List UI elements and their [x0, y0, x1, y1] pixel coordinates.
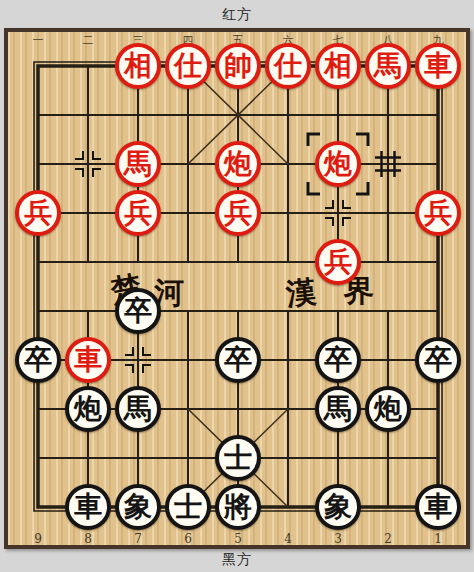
piece-black-r7c9[interactable]: 卒 [415, 337, 461, 383]
piece-red-r5c7[interactable]: 兵 [315, 239, 361, 285]
piece-red-r3c7[interactable]: 炮 [315, 141, 361, 187]
piece-red-r1c5[interactable]: 帥 [215, 43, 261, 89]
point-marker [343, 218, 351, 226]
piece-red-r7c2[interactable]: 車 [65, 337, 111, 383]
column-label-bottom: 3 [325, 532, 351, 546]
piece-black-r8c3[interactable]: 馬 [115, 386, 161, 432]
point-marker [325, 200, 333, 208]
piece-red-r4c9[interactable]: 兵 [415, 190, 461, 236]
piece-black-r10c5[interactable]: 將 [215, 484, 261, 530]
piece-red-r1c7[interactable]: 相 [315, 43, 361, 89]
xiangqi-board[interactable]: 一二三四五六七八九987654321 楚河漢界 相仕帥仕相馬車馬炮炮兵兵兵兵兵車… [4, 28, 470, 549]
last-move-to-marker [356, 134, 368, 146]
point-marker [125, 365, 133, 373]
column-label-bottom: 4 [275, 532, 301, 546]
point-marker [93, 169, 101, 177]
point-marker [75, 169, 83, 177]
point-marker [75, 151, 83, 159]
piece-black-r10c2[interactable]: 車 [65, 484, 111, 530]
piece-red-r4c1[interactable]: 兵 [15, 190, 61, 236]
piece-black-r8c2[interactable]: 炮 [65, 386, 111, 432]
red-side-label: 红方 [0, 6, 474, 24]
column-label-bottom: 6 [175, 532, 201, 546]
piece-black-r7c5[interactable]: 卒 [215, 337, 261, 383]
piece-red-r3c5[interactable]: 炮 [215, 141, 261, 187]
piece-red-r1c6[interactable]: 仕 [265, 43, 311, 89]
piece-black-r10c9[interactable]: 車 [415, 484, 461, 530]
column-label-bottom: 9 [25, 532, 51, 546]
river-label-char: 漢 [285, 277, 318, 310]
point-marker [143, 365, 151, 373]
piece-black-r10c3[interactable]: 象 [115, 484, 161, 530]
column-label-top: 二 [75, 33, 101, 48]
column-label-top: 一 [25, 33, 51, 48]
piece-red-r4c3[interactable]: 兵 [115, 190, 161, 236]
point-marker [343, 200, 351, 208]
column-label-bottom: 2 [375, 532, 401, 546]
piece-red-r1c9[interactable]: 車 [415, 43, 461, 89]
point-marker [325, 218, 333, 226]
piece-black-r8c8[interactable]: 炮 [365, 386, 411, 432]
piece-red-r3c3[interactable]: 馬 [115, 141, 161, 187]
column-label-bottom: 8 [75, 532, 101, 546]
piece-black-r10c7[interactable]: 象 [315, 484, 361, 530]
column-label-bottom: 7 [125, 532, 151, 546]
xiangqi-app: 红方 一二三四五六七八九987654321 楚河漢界 相仕帥仕相馬車馬炮炮兵兵兵… [0, 0, 474, 572]
last-move-to-marker [308, 134, 320, 146]
piece-black-r6c3[interactable]: 卒 [115, 288, 161, 334]
point-marker [143, 347, 151, 355]
point-marker [125, 347, 133, 355]
last-move-to-marker [356, 182, 368, 194]
piece-red-r1c4[interactable]: 仕 [165, 43, 211, 89]
piece-black-r7c1[interactable]: 卒 [15, 337, 61, 383]
piece-red-r1c3[interactable]: 相 [115, 43, 161, 89]
piece-red-r1c8[interactable]: 馬 [365, 43, 411, 89]
piece-black-r8c7[interactable]: 馬 [315, 386, 361, 432]
piece-black-r9c5[interactable]: 士 [215, 435, 261, 481]
piece-red-r4c5[interactable]: 兵 [215, 190, 261, 236]
column-label-bottom: 5 [225, 532, 251, 546]
point-marker [93, 151, 101, 159]
last-move-to-marker [308, 182, 320, 194]
column-label-bottom: 1 [425, 532, 451, 546]
black-side-label: 黑方 [0, 551, 474, 569]
piece-black-r7c7[interactable]: 卒 [315, 337, 361, 383]
piece-black-r10c4[interactable]: 士 [165, 484, 211, 530]
